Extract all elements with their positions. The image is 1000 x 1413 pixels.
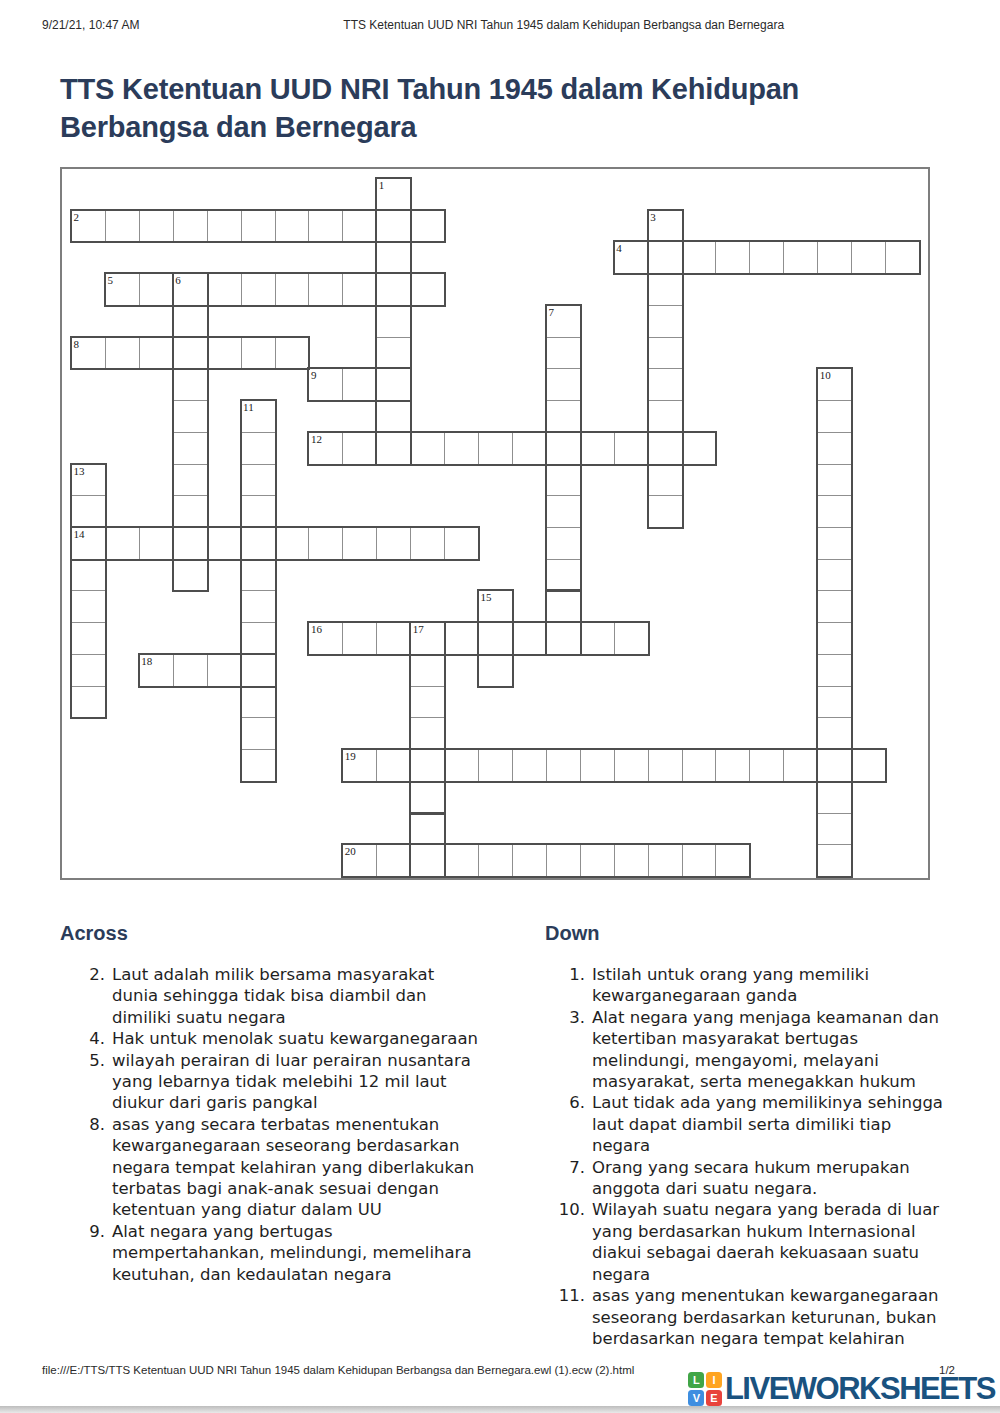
print-header: 9/21/21, 10:47 AM TTS Ketentuan UUD NRI … (42, 18, 958, 32)
grid-cell[interactable] (173, 432, 208, 465)
grid-cell[interactable] (580, 844, 615, 877)
next-page-divider (0, 1406, 1000, 1413)
clue-item: 11.asas yang menentukan kewarganegaraan … (545, 1285, 957, 1349)
clue-number: 6. (545, 1092, 585, 1156)
grid-cell[interactable] (71, 559, 106, 592)
grid-cell[interactable] (648, 273, 683, 306)
grid-cell[interactable] (342, 527, 377, 560)
grid-cell[interactable] (546, 844, 581, 877)
grid-cell[interactable] (376, 368, 411, 401)
clue-text: Hak untuk menolak suatu kewarganegaraan (112, 1028, 484, 1049)
grid-cell[interactable] (817, 813, 852, 846)
clue-item: 3.Alat negara yang menjaga keamanan dan … (545, 1007, 957, 1093)
grid-cell[interactable] (817, 527, 852, 560)
clue-item: 5.wilayah perairan di luar perairan nusa… (60, 1050, 498, 1114)
grid-cell[interactable] (546, 590, 581, 623)
grid-cell[interactable] (648, 432, 683, 465)
grid-cell[interactable] (71, 654, 106, 687)
grid-cell[interactable] (546, 622, 581, 655)
grid-cell[interactable] (614, 622, 649, 655)
page-title: TTS Ketentuan UUD NRI Tahun 1945 dalam K… (60, 70, 940, 146)
grid-cell[interactable] (444, 749, 479, 782)
clue-item: 4.Hak untuk menolak suatu kewarganegaraa… (60, 1028, 498, 1049)
grid-cell[interactable] (410, 844, 445, 877)
clue-number: 9. (60, 1221, 105, 1285)
grid-cell[interactable] (410, 622, 445, 655)
grid-cell[interactable] (817, 241, 852, 274)
grid-cell[interactable] (512, 844, 547, 877)
grid-cell[interactable] (478, 654, 513, 687)
clue-number: 8. (60, 1114, 105, 1221)
grid-cell[interactable] (105, 273, 140, 306)
grid-cell[interactable] (580, 749, 615, 782)
grid-cell[interactable] (512, 432, 547, 465)
clue-item: 9.Alat negara yang bertugas mempertahank… (60, 1221, 498, 1285)
grid-cell[interactable] (410, 813, 445, 846)
grid-cell[interactable] (444, 432, 479, 465)
grid-cell[interactable] (817, 495, 852, 528)
grid-cell[interactable] (715, 844, 750, 877)
grid-cell[interactable] (478, 844, 513, 877)
grid-cell[interactable] (275, 210, 310, 243)
clue-number: 7. (545, 1157, 585, 1200)
crossword-grid: 1234567891011121314151617181920 (60, 167, 930, 880)
grid-cell[interactable] (342, 622, 377, 655)
grid-cell[interactable] (376, 844, 411, 877)
grid-cell[interactable] (207, 527, 242, 560)
grid-cell[interactable] (173, 654, 208, 687)
grid-cell[interactable] (648, 241, 683, 274)
grid-cell[interactable] (648, 844, 683, 877)
grid-cell[interactable] (648, 749, 683, 782)
grid-cell[interactable] (241, 400, 276, 433)
clue-text: asas yang menentukan kewarganegaraan ses… (592, 1285, 948, 1349)
grid-cell[interactable] (648, 305, 683, 338)
grid-cell[interactable] (342, 844, 377, 877)
grid-cell[interactable] (71, 590, 106, 623)
grid-cell[interactable] (682, 432, 717, 465)
grid-cell[interactable] (614, 241, 649, 274)
grid-cell[interactable] (376, 210, 411, 243)
grid-cell[interactable] (105, 527, 140, 560)
page-title-line1: TTS Ketentuan UUD NRI Tahun 1945 dalam K… (60, 70, 940, 108)
grid-cell[interactable] (546, 495, 581, 528)
grid-cell[interactable] (749, 241, 784, 274)
grid-cell[interactable] (71, 622, 106, 655)
grid-cell[interactable] (139, 527, 174, 560)
grid-cell[interactable] (546, 368, 581, 401)
grid-cell[interactable] (376, 337, 411, 370)
logo-tile-v: V (688, 1390, 704, 1406)
grid-cell[interactable] (308, 273, 343, 306)
grid-cell[interactable] (546, 559, 581, 592)
grid-cell[interactable] (817, 686, 852, 719)
clue-number: 4. (60, 1028, 105, 1049)
grid-cell[interactable] (376, 305, 411, 338)
grid-cell[interactable] (173, 273, 208, 306)
grid-cell[interactable] (749, 749, 784, 782)
grid-cell[interactable] (241, 527, 276, 560)
grid-cell[interactable] (885, 241, 920, 274)
clue-text: Laut tidak ada yang memilikinya sehingga… (592, 1092, 948, 1156)
grid-cell[interactable] (478, 622, 513, 655)
grid-cell[interactable] (410, 432, 445, 465)
grid-cell[interactable] (444, 622, 479, 655)
grid-cell[interactable] (275, 337, 310, 370)
grid-cell[interactable] (783, 241, 818, 274)
grid-cell[interactable] (648, 337, 683, 370)
clue-text: asas yang secara terbatas menentukan kew… (112, 1114, 484, 1221)
grid-cells-layer: 1234567891011121314151617181920 (71, 178, 919, 876)
grid-cell[interactable] (546, 305, 581, 338)
grid-cell[interactable] (241, 432, 276, 465)
grid-cell[interactable] (682, 844, 717, 877)
grid-cell[interactable] (410, 210, 445, 243)
clue-text: Alat negara yang bertugas mempertahankan… (112, 1221, 484, 1285)
grid-cell[interactable] (342, 368, 377, 401)
clue-text: Alat negara yang menjaga keamanan dan ke… (592, 1007, 948, 1093)
clue-number: 5. (60, 1050, 105, 1114)
grid-cell[interactable] (71, 210, 106, 243)
grid-cell[interactable] (783, 749, 818, 782)
across-heading: Across (60, 922, 128, 945)
header-timestamp: 9/21/21, 10:47 AM (42, 18, 139, 32)
grid-cell[interactable] (241, 717, 276, 750)
grid-cell[interactable] (444, 844, 479, 877)
clue-text: Istilah untuk orang yang memiliki kewarg… (592, 964, 948, 1007)
down-heading: Down (545, 922, 599, 945)
grid-cell[interactable] (308, 210, 343, 243)
grid-cell[interactable] (71, 686, 106, 719)
grid-cell[interactable] (376, 273, 411, 306)
grid-cell[interactable] (648, 495, 683, 528)
grid-cell[interactable] (817, 749, 852, 782)
grid-cell[interactable] (139, 654, 174, 687)
grid-cell[interactable] (817, 717, 852, 750)
grid-cell[interactable] (342, 749, 377, 782)
liveworksheets-logo[interactable]: LIVE LIVEWORKSHEETS (688, 1371, 995, 1407)
grid-cell[interactable] (376, 178, 411, 211)
grid-cell[interactable] (241, 654, 276, 687)
grid-cell[interactable] (241, 273, 276, 306)
grid-cell[interactable] (241, 210, 276, 243)
grid-cell[interactable] (817, 654, 852, 687)
grid-cell[interactable] (851, 749, 886, 782)
grid-cell[interactable] (71, 337, 106, 370)
grid-cell[interactable] (173, 527, 208, 560)
grid-cell[interactable] (546, 464, 581, 497)
clue-text: Orang yang secara hukum merupakan anggot… (592, 1157, 948, 1200)
clue-number: 3. (545, 1007, 585, 1093)
logo-tile-l: L (688, 1372, 704, 1388)
print-preview-page: { "game": "crossword (TTS / Teka-Teki Si… (0, 0, 1000, 1413)
grid-cell[interactable] (546, 432, 581, 465)
grid-cell[interactable] (715, 749, 750, 782)
grid-cell[interactable] (308, 432, 343, 465)
grid-cell[interactable] (308, 622, 343, 655)
down-clue-list: 1.Istilah untuk orang yang memiliki kewa… (545, 964, 957, 1349)
grid-cell[interactable] (207, 654, 242, 687)
grid-cell[interactable] (410, 717, 445, 750)
grid-cell[interactable] (648, 368, 683, 401)
clue-number: 11. (545, 1285, 585, 1349)
grid-cell[interactable] (580, 622, 615, 655)
clue-item: 2.Laut adalah milik bersama masyarakat d… (60, 964, 498, 1028)
grid-cell[interactable] (173, 495, 208, 528)
grid-cell[interactable] (241, 749, 276, 782)
grid-cell[interactable] (410, 654, 445, 687)
header-document-title: TTS Ketentuan UUD NRI Tahun 1945 dalam K… (139, 18, 958, 32)
clue-number: 2. (60, 964, 105, 1028)
liveworksheets-tiles-icon: LIVE (688, 1372, 722, 1406)
grid-cell[interactable] (241, 622, 276, 655)
grid-cell[interactable] (71, 495, 106, 528)
grid-cell[interactable] (817, 464, 852, 497)
grid-cell[interactable] (614, 749, 649, 782)
grid-cell[interactable] (648, 210, 683, 243)
grid-cell[interactable] (817, 590, 852, 623)
grid-cell[interactable] (817, 368, 852, 401)
grid-cell[interactable] (478, 749, 513, 782)
grid-cell[interactable] (817, 781, 852, 814)
grid-cell[interactable] (241, 559, 276, 592)
grid-cell[interactable] (580, 432, 615, 465)
grid-cell[interactable] (546, 749, 581, 782)
grid-cell[interactable] (139, 210, 174, 243)
grid-cell[interactable] (173, 400, 208, 433)
grid-cell[interactable] (241, 495, 276, 528)
grid-cell[interactable] (546, 400, 581, 433)
grid-cell[interactable] (207, 337, 242, 370)
grid-cell[interactable] (614, 844, 649, 877)
grid-cell[interactable] (512, 749, 547, 782)
clue-item: 1.Istilah untuk orang yang memiliki kewa… (545, 964, 957, 1007)
grid-cell[interactable] (546, 527, 581, 560)
grid-cell[interactable] (173, 559, 208, 592)
grid-cell[interactable] (376, 749, 411, 782)
grid-cell[interactable] (410, 686, 445, 719)
grid-cell[interactable] (410, 781, 445, 814)
page-title-line2: Berbangsa dan Bernegara (60, 108, 940, 146)
grid-cell[interactable] (241, 337, 276, 370)
grid-cell[interactable] (173, 464, 208, 497)
grid-cell[interactable] (105, 210, 140, 243)
grid-cell[interactable] (376, 241, 411, 274)
grid-cell[interactable] (817, 844, 852, 877)
grid-cell[interactable] (139, 337, 174, 370)
clue-number: 10. (545, 1199, 585, 1285)
grid-cell[interactable] (376, 622, 411, 655)
grid-cell[interactable] (308, 368, 343, 401)
grid-cell[interactable] (342, 273, 377, 306)
grid-cell[interactable] (682, 749, 717, 782)
liveworksheets-logo-text: LIVEWORKSHEETS (725, 1371, 995, 1407)
clue-item: 7.Orang yang secara hukum merupakan angg… (545, 1157, 957, 1200)
grid-cell[interactable] (682, 241, 717, 274)
grid-cell[interactable] (71, 527, 106, 560)
grid-cell[interactable] (376, 432, 411, 465)
grid-cell[interactable] (275, 527, 310, 560)
grid-cell[interactable] (410, 527, 445, 560)
grid-cell[interactable] (715, 241, 750, 274)
clue-item: 10.Wilayah suatu negara yang berada di l… (545, 1199, 957, 1285)
grid-cell[interactable] (207, 273, 242, 306)
logo-tile-i: I (706, 1372, 722, 1388)
grid-cell[interactable] (410, 273, 445, 306)
grid-cell[interactable] (139, 273, 174, 306)
grid-cell[interactable] (817, 622, 852, 655)
footer-file-path: file:///E:/TTS/TTS Ketentuan UUD NRI Tah… (42, 1364, 634, 1376)
clue-text: Laut adalah milik bersama masyarakat dun… (112, 964, 484, 1028)
grid-cell[interactable] (342, 210, 377, 243)
grid-cell[interactable] (275, 273, 310, 306)
grid-cell[interactable] (241, 686, 276, 719)
grid-cell[interactable] (512, 622, 547, 655)
grid-cell[interactable] (173, 337, 208, 370)
grid-cell[interactable] (648, 400, 683, 433)
clue-text: Wilayah suatu negara yang berada di luar… (592, 1199, 948, 1285)
clue-item: 6.Laut tidak ada yang memilikinya sehing… (545, 1092, 957, 1156)
grid-cell[interactable] (342, 432, 377, 465)
grid-cell[interactable] (173, 305, 208, 338)
grid-cell[interactable] (817, 432, 852, 465)
grid-cell[interactable] (648, 464, 683, 497)
grid-cell[interactable] (614, 432, 649, 465)
grid-cell[interactable] (817, 559, 852, 592)
grid-cell[interactable] (410, 749, 445, 782)
grid-cell[interactable] (817, 400, 852, 433)
clue-text: wilayah perairan di luar perairan nusant… (112, 1050, 484, 1114)
clue-number: 1. (545, 964, 585, 1007)
grid-cell[interactable] (173, 368, 208, 401)
grid-cell[interactable] (376, 400, 411, 433)
grid-cell[interactable] (105, 337, 140, 370)
grid-cell[interactable] (71, 464, 106, 497)
grid-cell[interactable] (207, 210, 242, 243)
across-clue-list: 2.Laut adalah milik bersama masyarakat d… (60, 964, 498, 1285)
grid-cell[interactable] (241, 590, 276, 623)
logo-tile-e: E (706, 1390, 722, 1406)
grid-cell[interactable] (376, 527, 411, 560)
grid-cell[interactable] (478, 590, 513, 623)
grid-cell[interactable] (478, 432, 513, 465)
grid-cell[interactable] (851, 241, 886, 274)
grid-cell[interactable] (241, 464, 276, 497)
grid-cell[interactable] (308, 527, 343, 560)
clue-item: 8.asas yang secara terbatas menentukan k… (60, 1114, 498, 1221)
grid-cell[interactable] (546, 337, 581, 370)
grid-cell[interactable] (444, 527, 479, 560)
grid-cell[interactable] (173, 210, 208, 243)
